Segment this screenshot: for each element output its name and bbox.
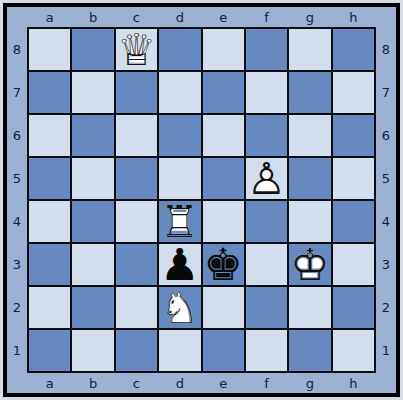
file-label-a-bottom: a — [29, 373, 70, 393]
corner-bottom-left — [7, 373, 27, 393]
piece-black-king[interactable]: ♚ — [203, 244, 244, 285]
file-label-b-top: b — [72, 7, 113, 27]
piece-white-pawn[interactable]: ♟♙ — [246, 158, 287, 199]
square-f2[interactable] — [246, 287, 287, 328]
white-knight-outline-icon: ♘ — [159, 287, 200, 328]
square-h2[interactable] — [333, 287, 374, 328]
square-h3[interactable] — [333, 244, 374, 285]
file-labels-bottom: abcdefgh — [27, 373, 376, 393]
rank-label-7-right: 7 — [376, 72, 396, 113]
white-king-icon: ♚ — [289, 244, 330, 285]
square-e5[interactable] — [203, 158, 244, 199]
square-d3[interactable]: ♟ — [159, 244, 200, 285]
square-b7[interactable] — [72, 72, 113, 113]
square-h7[interactable] — [333, 72, 374, 113]
rank-label-2-right: 2 — [376, 287, 396, 328]
white-pawn-icon: ♟ — [246, 158, 287, 199]
square-h6[interactable] — [333, 115, 374, 156]
file-label-d-bottom: d — [159, 373, 200, 393]
rank-label-8-left: 8 — [7, 29, 27, 70]
corner-top-right — [376, 7, 396, 27]
square-g2[interactable] — [289, 287, 330, 328]
white-king-outline-icon: ♔ — [289, 244, 330, 285]
square-e4[interactable] — [203, 201, 244, 242]
square-e2[interactable] — [203, 287, 244, 328]
white-queen-outline-icon: ♕ — [116, 29, 157, 70]
square-b5[interactable] — [72, 158, 113, 199]
square-e7[interactable] — [203, 72, 244, 113]
square-b8[interactable] — [72, 29, 113, 70]
square-d4[interactable]: ♜♖ — [159, 201, 200, 242]
square-a1[interactable] — [29, 330, 70, 371]
square-b4[interactable] — [72, 201, 113, 242]
square-e3[interactable]: ♚ — [203, 244, 244, 285]
square-c3[interactable] — [116, 244, 157, 285]
rank-label-5-right: 5 — [376, 158, 396, 199]
rank-label-3-left: 3 — [7, 244, 27, 285]
square-d8[interactable] — [159, 29, 200, 70]
file-label-c-bottom: c — [116, 373, 157, 393]
square-g5[interactable] — [289, 158, 330, 199]
square-h8[interactable] — [333, 29, 374, 70]
square-c8[interactable]: ♛♕ — [116, 29, 157, 70]
rank-label-6-left: 6 — [7, 115, 27, 156]
square-h1[interactable] — [333, 330, 374, 371]
piece-white-rook[interactable]: ♜♖ — [159, 201, 200, 242]
file-label-h-bottom: h — [333, 373, 374, 393]
rank-label-7-left: 7 — [7, 72, 27, 113]
square-b1[interactable] — [72, 330, 113, 371]
square-g1[interactable] — [289, 330, 330, 371]
square-a8[interactable] — [29, 29, 70, 70]
file-label-g-top: g — [289, 7, 330, 27]
square-c7[interactable] — [116, 72, 157, 113]
square-e1[interactable] — [203, 330, 244, 371]
square-f5[interactable]: ♟♙ — [246, 158, 287, 199]
square-a6[interactable] — [29, 115, 70, 156]
square-c2[interactable] — [116, 287, 157, 328]
square-f1[interactable] — [246, 330, 287, 371]
file-label-f-bottom: f — [246, 373, 287, 393]
square-f8[interactable] — [246, 29, 287, 70]
rank-label-4-left: 4 — [7, 201, 27, 242]
square-g8[interactable] — [289, 29, 330, 70]
piece-white-king[interactable]: ♚♔ — [289, 244, 330, 285]
square-f6[interactable] — [246, 115, 287, 156]
board-frame: abcdefgh 87654321 ♛♕♟♙♜♖♟♚♚♔♞♘ 87654321 … — [3, 3, 400, 397]
square-d7[interactable] — [159, 72, 200, 113]
file-labels-top: abcdefgh — [27, 7, 376, 27]
white-knight-icon: ♞ — [159, 287, 200, 328]
square-b6[interactable] — [72, 115, 113, 156]
white-rook-outline-icon: ♖ — [159, 201, 200, 242]
square-a5[interactable] — [29, 158, 70, 199]
square-g4[interactable] — [289, 201, 330, 242]
file-label-c-top: c — [116, 7, 157, 27]
square-b3[interactable] — [72, 244, 113, 285]
piece-black-pawn[interactable]: ♟ — [159, 244, 200, 285]
file-label-e-bottom: e — [203, 373, 244, 393]
square-g7[interactable] — [289, 72, 330, 113]
file-label-b-bottom: b — [72, 373, 113, 393]
rank-label-3-right: 3 — [376, 244, 396, 285]
square-a2[interactable] — [29, 287, 70, 328]
square-b2[interactable] — [72, 287, 113, 328]
square-h4[interactable] — [333, 201, 374, 242]
white-queen-icon: ♛ — [116, 29, 157, 70]
rank-label-4-right: 4 — [376, 201, 396, 242]
piece-white-knight[interactable]: ♞♘ — [159, 287, 200, 328]
square-f3[interactable] — [246, 244, 287, 285]
corner-top-left — [7, 7, 27, 27]
square-a7[interactable] — [29, 72, 70, 113]
square-a3[interactable] — [29, 244, 70, 285]
file-label-d-top: d — [159, 7, 200, 27]
square-e6[interactable] — [203, 115, 244, 156]
white-rook-icon: ♜ — [159, 201, 200, 242]
rank-label-1-right: 1 — [376, 330, 396, 371]
square-e8[interactable] — [203, 29, 244, 70]
square-c6[interactable] — [116, 115, 157, 156]
square-g6[interactable] — [289, 115, 330, 156]
square-f7[interactable] — [246, 72, 287, 113]
file-label-g-bottom: g — [289, 373, 330, 393]
square-d1[interactable] — [159, 330, 200, 371]
square-g3[interactable]: ♚♔ — [289, 244, 330, 285]
square-c4[interactable] — [116, 201, 157, 242]
file-label-e-top: e — [203, 7, 244, 27]
white-pawn-outline-icon: ♙ — [246, 158, 287, 199]
square-d2[interactable]: ♞♘ — [159, 287, 200, 328]
square-c5[interactable] — [116, 158, 157, 199]
chess-board: ♛♕♟♙♜♖♟♚♚♔♞♘ — [27, 27, 376, 373]
rank-labels-left: 87654321 — [7, 27, 27, 373]
rank-labels-right: 87654321 — [376, 27, 396, 373]
corner-bottom-right — [376, 373, 396, 393]
rank-label-5-left: 5 — [7, 158, 27, 199]
file-label-a-top: a — [29, 7, 70, 27]
square-f4[interactable] — [246, 201, 287, 242]
rank-label-6-right: 6 — [376, 115, 396, 156]
rank-label-2-left: 2 — [7, 287, 27, 328]
black-king-icon: ♚ — [203, 244, 244, 285]
chessboard-widget: abcdefgh 87654321 ♛♕♟♙♜♖♟♚♚♔♞♘ 87654321 … — [0, 0, 403, 400]
square-h5[interactable] — [333, 158, 374, 199]
square-d6[interactable] — [159, 115, 200, 156]
square-a4[interactable] — [29, 201, 70, 242]
square-d5[interactable] — [159, 158, 200, 199]
rank-label-1-left: 1 — [7, 330, 27, 371]
rank-label-8-right: 8 — [376, 29, 396, 70]
black-pawn-icon: ♟ — [159, 244, 200, 285]
piece-white-queen[interactable]: ♛♕ — [116, 29, 157, 70]
file-label-h-top: h — [333, 7, 374, 27]
file-label-f-top: f — [246, 7, 287, 27]
square-c1[interactable] — [116, 330, 157, 371]
